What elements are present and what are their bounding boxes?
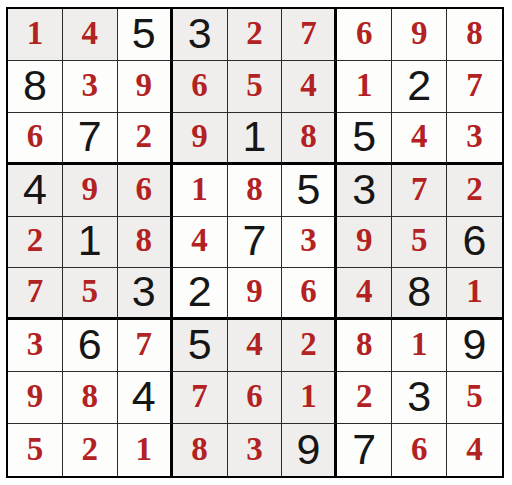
- cell-r3c7[interactable]: 5: [337, 113, 392, 165]
- cell-r1c7[interactable]: 6: [337, 9, 392, 61]
- cell-r5c6[interactable]: 3: [282, 217, 337, 269]
- cell-r1c4[interactable]: 3: [173, 9, 228, 61]
- cell-r5c4[interactable]: 4: [173, 217, 228, 269]
- cell-r7c5[interactable]: 4: [228, 320, 283, 372]
- cell-r3c4[interactable]: 9: [173, 113, 228, 165]
- cell-r1c3[interactable]: 5: [118, 9, 173, 61]
- cell-r4c1[interactable]: 4: [8, 165, 63, 217]
- cell-r8c2[interactable]: 8: [63, 372, 118, 424]
- cell-r5c1[interactable]: 2: [8, 217, 63, 269]
- cell-r2c2[interactable]: 3: [63, 61, 118, 113]
- cell-r8c6[interactable]: 1: [282, 372, 337, 424]
- cell-r4c7[interactable]: 3: [337, 165, 392, 217]
- cell-r9c6[interactable]: 9: [282, 424, 337, 476]
- sudoku-board: 1453276988396541276729185434961853722184…: [6, 7, 504, 478]
- cell-r1c2[interactable]: 4: [63, 9, 118, 61]
- cell-r6c5[interactable]: 9: [228, 268, 283, 320]
- cell-r7c8[interactable]: 1: [392, 320, 447, 372]
- cell-r7c1[interactable]: 3: [8, 320, 63, 372]
- cell-r6c9[interactable]: 1: [447, 268, 502, 320]
- cell-r8c7[interactable]: 2: [337, 372, 392, 424]
- cell-r5c7[interactable]: 9: [337, 217, 392, 269]
- cell-r2c1[interactable]: 8: [8, 61, 63, 113]
- cell-r4c9[interactable]: 2: [447, 165, 502, 217]
- cell-r2c8[interactable]: 2: [392, 61, 447, 113]
- cell-r9c8[interactable]: 6: [392, 424, 447, 476]
- cell-r9c7[interactable]: 7: [337, 424, 392, 476]
- cell-r1c9[interactable]: 8: [447, 9, 502, 61]
- cell-r4c6[interactable]: 5: [282, 165, 337, 217]
- cell-r1c1[interactable]: 1: [8, 9, 63, 61]
- cell-r7c7[interactable]: 8: [337, 320, 392, 372]
- cell-r1c5[interactable]: 2: [228, 9, 283, 61]
- cell-r4c4[interactable]: 1: [173, 165, 228, 217]
- cell-r2c4[interactable]: 6: [173, 61, 228, 113]
- cell-r8c4[interactable]: 7: [173, 372, 228, 424]
- cell-r6c2[interactable]: 5: [63, 268, 118, 320]
- cell-r2c5[interactable]: 5: [228, 61, 283, 113]
- cell-r9c4[interactable]: 8: [173, 424, 228, 476]
- cell-r4c2[interactable]: 9: [63, 165, 118, 217]
- cell-r9c3[interactable]: 1: [118, 424, 173, 476]
- cell-r3c2[interactable]: 7: [63, 113, 118, 165]
- cell-r6c8[interactable]: 8: [392, 268, 447, 320]
- cell-r3c3[interactable]: 2: [118, 113, 173, 165]
- cell-r4c3[interactable]: 6: [118, 165, 173, 217]
- cell-r5c3[interactable]: 8: [118, 217, 173, 269]
- cell-r5c5[interactable]: 7: [228, 217, 283, 269]
- cell-r8c3[interactable]: 4: [118, 372, 173, 424]
- cell-r6c7[interactable]: 4: [337, 268, 392, 320]
- cell-r7c3[interactable]: 7: [118, 320, 173, 372]
- cell-r5c9[interactable]: 6: [447, 217, 502, 269]
- cell-r8c9[interactable]: 5: [447, 372, 502, 424]
- cell-r4c8[interactable]: 7: [392, 165, 447, 217]
- cell-r5c8[interactable]: 5: [392, 217, 447, 269]
- cell-r9c2[interactable]: 2: [63, 424, 118, 476]
- cell-r3c6[interactable]: 8: [282, 113, 337, 165]
- cell-r8c5[interactable]: 6: [228, 372, 283, 424]
- cell-r2c3[interactable]: 9: [118, 61, 173, 113]
- cell-r1c8[interactable]: 9: [392, 9, 447, 61]
- cell-r4c5[interactable]: 8: [228, 165, 283, 217]
- cell-r5c2[interactable]: 1: [63, 217, 118, 269]
- cell-r7c2[interactable]: 6: [63, 320, 118, 372]
- cell-r8c1[interactable]: 9: [8, 372, 63, 424]
- cell-r7c9[interactable]: 9: [447, 320, 502, 372]
- cell-r2c7[interactable]: 1: [337, 61, 392, 113]
- cell-r7c4[interactable]: 5: [173, 320, 228, 372]
- cell-r7c6[interactable]: 2: [282, 320, 337, 372]
- cell-r3c8[interactable]: 4: [392, 113, 447, 165]
- cell-r9c1[interactable]: 5: [8, 424, 63, 476]
- cell-r8c8[interactable]: 3: [392, 372, 447, 424]
- cell-r6c6[interactable]: 6: [282, 268, 337, 320]
- cell-r6c4[interactable]: 2: [173, 268, 228, 320]
- cell-r3c5[interactable]: 1: [228, 113, 283, 165]
- cell-r2c9[interactable]: 7: [447, 61, 502, 113]
- cell-r3c9[interactable]: 3: [447, 113, 502, 165]
- cell-r9c9[interactable]: 4: [447, 424, 502, 476]
- cell-r9c5[interactable]: 3: [228, 424, 283, 476]
- cell-r6c1[interactable]: 7: [8, 268, 63, 320]
- cell-r3c1[interactable]: 6: [8, 113, 63, 165]
- cell-r1c6[interactable]: 7: [282, 9, 337, 61]
- cell-r2c6[interactable]: 4: [282, 61, 337, 113]
- cell-r6c3[interactable]: 3: [118, 268, 173, 320]
